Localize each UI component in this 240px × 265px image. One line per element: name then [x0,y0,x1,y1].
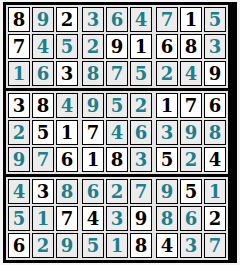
cell-r5c6[interactable]: 6 [130,120,152,145]
cell-r8c5[interactable]: 3 [106,206,128,231]
cell-r7c1[interactable]: 4 [8,179,30,204]
cell-r6c6[interactable]: 3 [130,147,152,172]
cell-r5c1[interactable]: 2 [8,120,30,145]
cell-r8c2[interactable]: 1 [32,206,54,231]
cell-r8c9[interactable]: 2 [204,206,226,231]
box-2: 364291875 [80,5,157,91]
cell-r3c7[interactable]: 2 [156,61,178,86]
cell-r5c7[interactable]: 3 [156,120,178,145]
cell-r5c3[interactable]: 1 [56,120,78,145]
cell-r3c8[interactable]: 4 [180,61,202,86]
cell-r9c6[interactable]: 8 [130,233,152,258]
cell-r8c8[interactable]: 6 [180,206,202,231]
cell-r7c8[interactable]: 5 [180,179,202,204]
cell-r9c1[interactable]: 6 [8,233,30,258]
cell-r2c7[interactable]: 6 [156,34,178,59]
box-8: 627439518 [80,177,157,260]
box-9: 951862437 [154,177,228,260]
cell-r3c3[interactable]: 3 [56,61,78,86]
cell-r9c9[interactable]: 7 [204,233,226,258]
cell-r6c1[interactable]: 9 [8,147,30,172]
cell-r6c5[interactable]: 8 [106,147,128,172]
cell-r4c1[interactable]: 3 [8,93,30,118]
cell-r4c4[interactable]: 9 [82,93,104,118]
cell-r1c6[interactable]: 4 [130,7,152,32]
cell-r9c5[interactable]: 1 [106,233,128,258]
box-3: 715683249 [154,5,228,91]
cell-r3c4[interactable]: 8 [82,61,104,86]
cell-r1c2[interactable]: 9 [32,7,54,32]
box-4: 384251976 [6,91,83,177]
cell-r9c3[interactable]: 9 [56,233,78,258]
cell-r3c1[interactable]: 1 [8,61,30,86]
cell-r2c6[interactable]: 1 [130,34,152,59]
cell-r1c7[interactable]: 7 [156,7,178,32]
cell-r4c5[interactable]: 5 [106,93,128,118]
cell-r4c3[interactable]: 4 [56,93,78,118]
box-1: 892745163 [6,5,83,91]
cell-r9c8[interactable]: 3 [180,233,202,258]
cell-r7c3[interactable]: 8 [56,179,78,204]
cell-r5c9[interactable]: 8 [204,120,226,145]
cell-r2c1[interactable]: 7 [8,34,30,59]
cell-r9c4[interactable]: 5 [82,233,104,258]
cell-r5c5[interactable]: 4 [106,120,128,145]
cell-r1c3[interactable]: 2 [56,7,78,32]
cell-r3c5[interactable]: 7 [106,61,128,86]
cell-r6c2[interactable]: 7 [32,147,54,172]
cell-r1c4[interactable]: 3 [82,7,104,32]
cell-r2c8[interactable]: 8 [180,34,202,59]
cell-r4c9[interactable]: 6 [204,93,226,118]
cell-r7c7[interactable]: 9 [156,179,178,204]
cell-r4c2[interactable]: 8 [32,93,54,118]
cell-r8c6[interactable]: 9 [130,206,152,231]
cell-r7c2[interactable]: 3 [32,179,54,204]
cell-r1c1[interactable]: 8 [8,7,30,32]
cell-r2c3[interactable]: 5 [56,34,78,59]
cell-r7c9[interactable]: 1 [204,179,226,204]
cell-r6c4[interactable]: 1 [82,147,104,172]
cell-r7c4[interactable]: 6 [82,179,104,204]
box-7: 438517629 [6,177,83,260]
cell-r8c1[interactable]: 5 [8,206,30,231]
sudoku-board: 8927451633642918757156832493842519769527… [3,2,237,263]
cell-r7c6[interactable]: 7 [130,179,152,204]
cell-r7c5[interactable]: 2 [106,179,128,204]
cell-r4c6[interactable]: 2 [130,93,152,118]
cell-r8c4[interactable]: 4 [82,206,104,231]
cell-r8c7[interactable]: 8 [156,206,178,231]
cell-r2c9[interactable]: 3 [204,34,226,59]
cell-r4c8[interactable]: 7 [180,93,202,118]
cell-r2c2[interactable]: 4 [32,34,54,59]
cell-r8c3[interactable]: 7 [56,206,78,231]
box-6: 176398524 [154,91,228,177]
cell-r5c8[interactable]: 9 [180,120,202,145]
cell-r4c7[interactable]: 1 [156,93,178,118]
cell-r1c8[interactable]: 1 [180,7,202,32]
cell-r3c6[interactable]: 5 [130,61,152,86]
cell-r2c5[interactable]: 9 [106,34,128,59]
cell-r9c2[interactable]: 2 [32,233,54,258]
cell-r6c3[interactable]: 6 [56,147,78,172]
box-5: 952746183 [80,91,157,177]
cell-r1c5[interactable]: 6 [106,7,128,32]
cell-r3c2[interactable]: 6 [32,61,54,86]
cell-r5c4[interactable]: 7 [82,120,104,145]
cell-r6c9[interactable]: 4 [204,147,226,172]
cell-r1c9[interactable]: 5 [204,7,226,32]
cell-r2c4[interactable]: 2 [82,34,104,59]
cell-r6c8[interactable]: 2 [180,147,202,172]
cell-r6c7[interactable]: 5 [156,147,178,172]
cell-r9c7[interactable]: 4 [156,233,178,258]
cell-r3c9[interactable]: 9 [204,61,226,86]
cell-r5c2[interactable]: 5 [32,120,54,145]
